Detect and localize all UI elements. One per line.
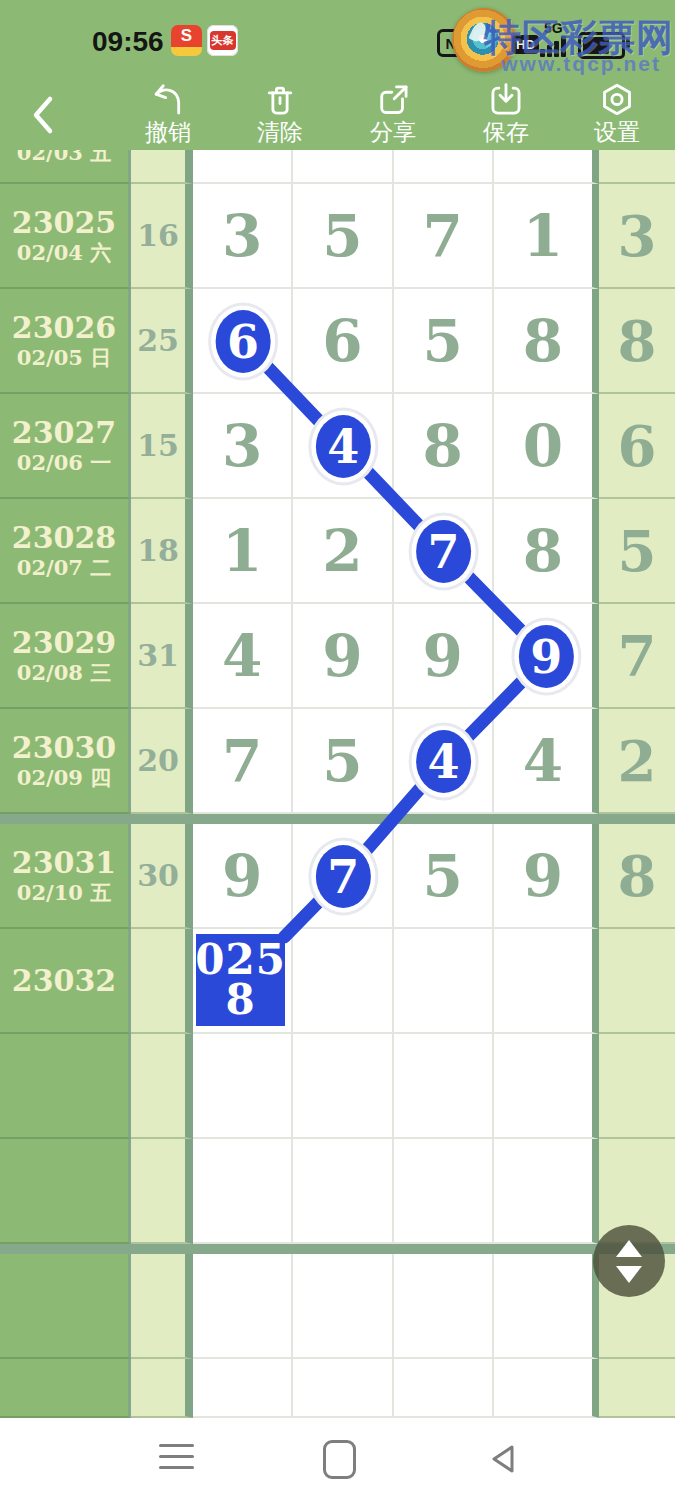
digit-cell[interactable]: 2	[293, 499, 393, 604]
digit-cell[interactable]	[293, 824, 393, 929]
digit-cell[interactable]	[293, 394, 393, 499]
digit-cell[interactable]	[193, 289, 293, 394]
digit-cell[interactable]: 9	[193, 824, 293, 929]
share-button[interactable]: 分享	[347, 81, 439, 148]
scroll-up-down-widget[interactable]	[593, 1225, 665, 1297]
issue-number: 23025	[12, 207, 116, 239]
issue-date-cell: 2302802/07 二	[0, 499, 131, 604]
digit-cell[interactable]: 4	[193, 604, 293, 709]
digit-cell[interactable]	[293, 1139, 393, 1244]
digit-cell[interactable]: 8	[494, 499, 599, 604]
digit-cell[interactable]: 7	[394, 184, 494, 289]
digit-cell[interactable]: 5	[293, 709, 393, 814]
digit-cell[interactable]: 1	[494, 184, 599, 289]
watermark-site-url: www.tqcp.net	[501, 52, 661, 76]
extra-digit-cell[interactable]: 3	[599, 184, 675, 289]
digit-cell[interactable]: 0	[494, 394, 599, 499]
digit-cell[interactable]: 3	[193, 184, 293, 289]
extra-digit-cell[interactable]: 8	[599, 289, 675, 394]
save-button[interactable]: 保存	[460, 81, 552, 148]
scroll-down-icon[interactable]	[616, 1266, 642, 1283]
digit-cell[interactable]	[394, 150, 494, 184]
digit-cell[interactable]: 7	[193, 709, 293, 814]
extra-digit-cell[interactable]: 7	[599, 604, 675, 709]
digit-cell[interactable]: 5	[394, 289, 494, 394]
issue-date-cell: 2303002/09 四	[0, 709, 131, 814]
lottery-chart-app: { "game": "chinese-lottery-trend-chart (…	[0, 0, 675, 1500]
issue-number: 23032	[12, 965, 116, 997]
issue-date-cell: 2302902/08 三	[0, 604, 131, 709]
settings-button[interactable]: 设置	[571, 81, 663, 148]
issue-date-cell: 2302702/06 一	[0, 394, 131, 499]
digit-cell[interactable]	[494, 1034, 599, 1139]
date-label: 02/09 四	[17, 766, 111, 789]
board-row-partial: 02/03 五	[0, 150, 675, 184]
digit-cell[interactable]: 5	[394, 824, 494, 929]
recent-apps-menu-icon[interactable]	[159, 1444, 194, 1469]
digit-cell[interactable]: 4	[494, 709, 599, 814]
digit-cell[interactable]: 9	[293, 604, 393, 709]
sum-cell: 25	[131, 289, 193, 394]
back-triangle-icon[interactable]	[486, 1442, 520, 1480]
date-label: 02/08 三	[17, 661, 111, 684]
notification-app-icon-s: S	[171, 25, 202, 56]
android-navigation-bar	[0, 1418, 675, 1500]
digit-cell[interactable]: 6	[293, 289, 393, 394]
undo-icon	[149, 81, 187, 119]
board-row: 2302602/05 日256588	[0, 289, 675, 394]
date-label: 02/10 五	[17, 881, 111, 904]
issue-number: 23031	[12, 847, 116, 879]
digit-cell[interactable]: 9	[494, 824, 599, 929]
digit-cell[interactable]	[293, 929, 393, 1034]
extra-digit-cell[interactable]	[599, 1359, 675, 1418]
share-icon	[374, 81, 412, 119]
issue-date-cell: 2302502/04 六	[0, 184, 131, 289]
board-row: 2302502/04 六1635713	[0, 184, 675, 289]
issue-date-cell	[0, 1139, 131, 1244]
digit-cell[interactable]	[193, 1139, 293, 1244]
issue-date-cell	[0, 1034, 131, 1139]
digit-cell[interactable]	[394, 1359, 494, 1418]
notification-app-icon-toutiao: 头条	[207, 25, 238, 56]
digit-cell[interactable]	[193, 1359, 293, 1418]
date-label: 02/07 二	[17, 556, 111, 579]
issue-date-cell: 2302602/05 日	[0, 289, 131, 394]
sum-cell	[131, 929, 193, 1034]
date-label: 02/06 一	[17, 451, 111, 474]
sum-cell: 18	[131, 499, 193, 604]
digit-cell[interactable]	[494, 1359, 599, 1418]
date-label: 02/04 六	[17, 241, 111, 264]
sum-cell	[131, 1034, 193, 1139]
extra-digit-cell[interactable]: 6	[599, 394, 675, 499]
sum-cell	[131, 1254, 193, 1359]
extra-digit-cell[interactable]	[599, 1034, 675, 1139]
board-row: 2302902/08 三314997	[0, 604, 675, 709]
status-bar: 09:56 S 头条 N HD 5G 特区彩票网 www.tqcp.net	[0, 0, 675, 85]
digit-cell[interactable]	[394, 1139, 494, 1244]
home-icon[interactable]	[323, 1440, 356, 1479]
issue-number: 23027	[12, 417, 116, 449]
board-row	[0, 1139, 675, 1244]
board-row: 2303102/10 五309598	[0, 814, 675, 929]
extra-digit-cell[interactable]	[599, 929, 675, 1034]
digit-cell[interactable]	[293, 1034, 393, 1139]
digit-cell[interactable]	[394, 1254, 494, 1359]
sum-cell: 15	[131, 394, 193, 499]
digit-cell[interactable]	[494, 1254, 599, 1359]
issue-date-cell: 23032	[0, 929, 131, 1034]
digit-cell[interactable]: 9	[394, 604, 494, 709]
back-button[interactable]	[28, 93, 58, 137]
digit-cell[interactable]	[193, 1254, 293, 1359]
sum-cell: 31	[131, 604, 193, 709]
digit-cell[interactable]	[293, 150, 393, 184]
issue-number: 23029	[12, 627, 116, 659]
digit-cell[interactable]: 1	[193, 499, 293, 604]
digit-cell[interactable]	[494, 1139, 599, 1244]
digit-cell[interactable]: 5	[293, 184, 393, 289]
sum-cell: 30	[131, 824, 193, 929]
board-row: 2302802/07 二181285	[0, 499, 675, 604]
digit-cell[interactable]	[494, 150, 599, 184]
toolbar: 撤销 清除 分享 保存	[0, 85, 675, 150]
trash-icon	[261, 81, 299, 119]
issue-date-cell	[0, 1254, 131, 1359]
digit-cell[interactable]	[293, 1359, 393, 1418]
digit-cell[interactable]	[394, 929, 494, 1034]
digit-cell[interactable]: 8	[494, 289, 599, 394]
issue-number: 23030	[12, 732, 116, 764]
digit-cell[interactable]	[394, 1034, 494, 1139]
board-row: 230320258	[0, 929, 675, 1034]
sum-cell: 20	[131, 709, 193, 814]
issue-date-cell	[0, 1359, 131, 1418]
digit-cell[interactable]: 0258	[193, 929, 293, 1034]
download-save-icon	[487, 81, 525, 119]
marked-prediction-cell[interactable]: 0258	[196, 934, 285, 1026]
issue-number: 23028	[12, 522, 116, 554]
extra-digit-cell[interactable]	[599, 150, 675, 184]
issue-date-cell: 2303102/10 五	[0, 824, 131, 929]
sum-cell	[131, 1139, 193, 1244]
date-label: 02/03 五	[0, 150, 128, 164]
digit-cell[interactable]	[293, 1254, 393, 1359]
board-row: 2303002/09 四207542	[0, 709, 675, 814]
digit-cell[interactable]	[193, 1034, 293, 1139]
clear-button[interactable]: 清除	[234, 81, 326, 148]
digit-cell[interactable]	[494, 604, 599, 709]
digit-cell[interactable]: 8	[394, 394, 494, 499]
clock-time: 09:56	[92, 26, 164, 58]
issue-date-cell: 02/03 五	[0, 150, 131, 184]
issue-number: 23026	[12, 312, 116, 344]
date-label: 02/05 日	[17, 346, 111, 369]
digit-cell[interactable]	[193, 150, 293, 184]
extra-digit-cell[interactable]: 5	[599, 499, 675, 604]
extra-digit-cell[interactable]: 2	[599, 709, 675, 814]
digit-cell[interactable]	[494, 929, 599, 1034]
extra-digit-cell[interactable]: 8	[599, 824, 675, 929]
digit-cell[interactable]	[394, 499, 494, 604]
board-row	[0, 1034, 675, 1139]
digit-cell[interactable]: 3	[193, 394, 293, 499]
chevron-left-icon	[28, 93, 58, 137]
sum-cell	[131, 1359, 193, 1418]
trend-chart-board: 02/03 五2302502/04 六16357132302602/05 日25…	[0, 150, 675, 1418]
sum-cell: 16	[131, 184, 193, 289]
board-row	[0, 1359, 675, 1418]
scroll-up-icon[interactable]	[616, 1240, 642, 1257]
board-row	[0, 1244, 675, 1359]
settings-hexagon-icon	[598, 81, 636, 119]
undo-button[interactable]: 撤销	[122, 81, 214, 148]
sum-cell	[131, 150, 193, 184]
board-row: 2302702/06 一153806	[0, 394, 675, 499]
digit-cell[interactable]	[394, 709, 494, 814]
